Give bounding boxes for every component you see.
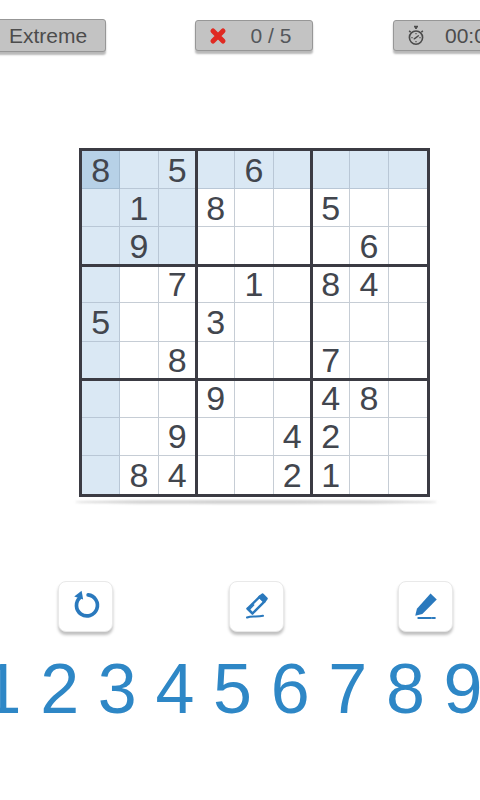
cell-r4c9[interactable]	[389, 265, 427, 303]
cell-r2c5[interactable]	[235, 189, 273, 227]
cell-r1c9[interactable]	[389, 151, 427, 189]
cell-r4c7[interactable]: 8	[312, 265, 350, 303]
cell-r5c6[interactable]	[274, 303, 312, 341]
cell-r9c7[interactable]: 1	[312, 456, 350, 494]
cell-r6c6[interactable]	[274, 342, 312, 380]
undo-icon	[69, 588, 103, 626]
pen-icon	[409, 588, 443, 626]
cell-r9c5[interactable]	[235, 456, 273, 494]
numpad-key-4[interactable]: 4	[147, 648, 203, 730]
numpad-key-2[interactable]: 2	[32, 648, 88, 730]
numpad-key-8[interactable]: 8	[377, 648, 433, 730]
cell-r7c1[interactable]	[82, 380, 120, 418]
cell-r5c5[interactable]	[235, 303, 273, 341]
cell-r1c5[interactable]: 6	[235, 151, 273, 189]
cell-r3c9[interactable]	[389, 227, 427, 265]
cell-r2c7[interactable]: 5	[312, 189, 350, 227]
cell-r3c8[interactable]: 6	[350, 227, 388, 265]
box-divider-vertical-2	[310, 151, 313, 494]
red-x-icon	[206, 24, 230, 48]
board-shadow	[75, 500, 437, 504]
cell-r3c7[interactable]	[312, 227, 350, 265]
cell-r8c6[interactable]: 4	[274, 418, 312, 456]
cell-r7c8[interactable]: 8	[350, 380, 388, 418]
cell-r1c1[interactable]: 8	[82, 151, 120, 189]
stopwatch-icon	[404, 24, 428, 48]
cell-r5c7[interactable]	[312, 303, 350, 341]
cell-r8c7[interactable]: 2	[312, 418, 350, 456]
cell-r6c5[interactable]	[235, 342, 273, 380]
cell-r9c6[interactable]: 2	[274, 456, 312, 494]
cell-r5c8[interactable]	[350, 303, 388, 341]
cell-r4c5[interactable]: 1	[235, 265, 273, 303]
cell-r3c2[interactable]: 9	[120, 227, 158, 265]
cell-r4c2[interactable]	[120, 265, 158, 303]
cell-r6c9[interactable]	[389, 342, 427, 380]
difficulty-button[interactable]: Extreme	[0, 19, 106, 52]
cell-r9c8[interactable]	[350, 456, 388, 494]
cell-r1c7[interactable]	[312, 151, 350, 189]
mistakes-label: 0 / 5	[230, 24, 312, 48]
cell-r5c1[interactable]: 5	[82, 303, 120, 341]
cell-r8c5[interactable]	[235, 418, 273, 456]
eraser-button[interactable]	[229, 581, 284, 632]
cell-r1c2[interactable]	[120, 151, 158, 189]
cell-r6c8[interactable]	[350, 342, 388, 380]
timer-display: 00:0	[393, 20, 480, 51]
cell-r4c8[interactable]: 4	[350, 265, 388, 303]
cell-r5c4[interactable]: 3	[197, 303, 235, 341]
cell-r1c4[interactable]	[197, 151, 235, 189]
cell-r7c2[interactable]	[120, 380, 158, 418]
cell-r1c6[interactable]	[274, 151, 312, 189]
sudoku-grid: 85618596718453879489428421	[82, 151, 427, 494]
cell-r2c8[interactable]	[350, 189, 388, 227]
cell-r9c2[interactable]: 8	[120, 456, 158, 494]
mistakes-counter: 0 / 5	[195, 20, 313, 51]
cell-r8c1[interactable]	[82, 418, 120, 456]
box-divider-horizontal-2	[82, 378, 427, 381]
cell-r9c9[interactable]	[389, 456, 427, 494]
cell-r2c1[interactable]	[82, 189, 120, 227]
cell-r1c3[interactable]: 5	[159, 151, 197, 189]
cell-r9c1[interactable]	[82, 456, 120, 494]
cell-r3c1[interactable]	[82, 227, 120, 265]
pen-button[interactable]	[398, 581, 453, 632]
numpad-key-7[interactable]: 7	[320, 648, 376, 730]
difficulty-label: Extreme	[9, 24, 87, 48]
cell-r8c2[interactable]	[120, 418, 158, 456]
cell-r6c1[interactable]	[82, 342, 120, 380]
cell-r3c6[interactable]	[274, 227, 312, 265]
cell-r1c8[interactable]	[350, 151, 388, 189]
cell-r5c3[interactable]	[159, 303, 197, 341]
cell-r9c3[interactable]: 4	[159, 456, 197, 494]
cell-r8c4[interactable]	[197, 418, 235, 456]
cell-r5c9[interactable]	[389, 303, 427, 341]
cell-r3c3[interactable]	[159, 227, 197, 265]
cell-r2c2[interactable]: 1	[120, 189, 158, 227]
cell-r6c2[interactable]	[120, 342, 158, 380]
number-pad: 123456789	[0, 648, 480, 730]
cell-r9c4[interactable]	[197, 456, 235, 494]
cell-r2c4[interactable]: 8	[197, 189, 235, 227]
timer-label: 00:0	[445, 24, 480, 48]
cell-r6c4[interactable]	[197, 342, 235, 380]
cell-r8c8[interactable]	[350, 418, 388, 456]
sudoku-board: 85618596718453879489428421	[79, 148, 430, 497]
box-divider-vertical-1	[195, 151, 198, 494]
numpad-key-5[interactable]: 5	[205, 648, 261, 730]
cell-r3c5[interactable]	[235, 227, 273, 265]
cell-r7c6[interactable]	[274, 380, 312, 418]
cell-r6c3[interactable]: 8	[159, 342, 197, 380]
numpad-key-9[interactable]: 9	[435, 648, 480, 730]
eraser-pencil-icon	[240, 588, 274, 626]
box-divider-horizontal-1	[82, 264, 427, 267]
cell-r7c4[interactable]: 9	[197, 380, 235, 418]
cell-r2c9[interactable]	[389, 189, 427, 227]
cell-r2c6[interactable]	[274, 189, 312, 227]
cell-r4c3[interactable]: 7	[159, 265, 197, 303]
cell-r5c2[interactable]	[120, 303, 158, 341]
cell-r4c4[interactable]	[197, 265, 235, 303]
cell-r4c6[interactable]	[274, 265, 312, 303]
numpad-key-3[interactable]: 3	[89, 648, 145, 730]
undo-button[interactable]	[58, 581, 113, 632]
numpad-key-6[interactable]: 6	[262, 648, 318, 730]
cell-r7c5[interactable]	[235, 380, 273, 418]
numpad-key-1[interactable]: 1	[0, 648, 30, 730]
cell-r3c4[interactable]	[197, 227, 235, 265]
cell-r7c3[interactable]	[159, 380, 197, 418]
cell-r6c7[interactable]: 7	[312, 342, 350, 380]
cell-r4c1[interactable]	[82, 265, 120, 303]
cell-r8c3[interactable]: 9	[159, 418, 197, 456]
cell-r7c9[interactable]	[389, 380, 427, 418]
cell-r8c9[interactable]	[389, 418, 427, 456]
cell-r7c7[interactable]: 4	[312, 380, 350, 418]
cell-r2c3[interactable]	[159, 189, 197, 227]
